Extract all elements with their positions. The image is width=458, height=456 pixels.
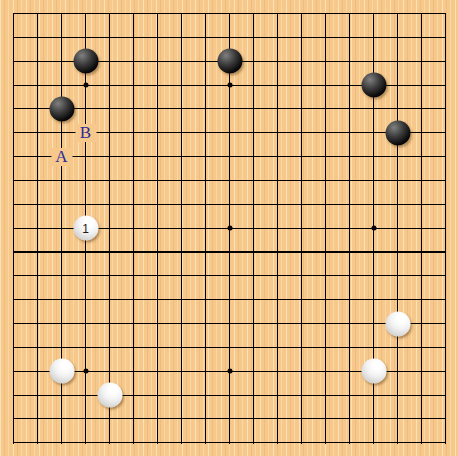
black-stone-r14: [385, 120, 410, 145]
white-stone-e3: [97, 383, 122, 408]
star-point: [371, 226, 376, 231]
star-point: [227, 226, 232, 231]
star-point: [83, 369, 88, 374]
black-stone-k17: [217, 49, 242, 74]
white-stone-r6: [385, 311, 410, 336]
black-stone-q16: [361, 73, 386, 98]
choice-label-b[interactable]: B: [75, 124, 96, 142]
white-stone-move-1: 1: [73, 216, 98, 241]
black-stone-d17: [73, 49, 98, 74]
black-stone-c15: [49, 96, 74, 121]
move-number-label: 1: [82, 222, 89, 234]
star-point: [83, 83, 88, 88]
star-point: [227, 369, 232, 374]
white-stone-q4: [361, 359, 386, 384]
white-stone-c4: [49, 359, 74, 384]
go-board[interactable]: 1AB: [0, 0, 458, 456]
choice-label-a[interactable]: A: [51, 148, 72, 166]
star-point: [227, 83, 232, 88]
